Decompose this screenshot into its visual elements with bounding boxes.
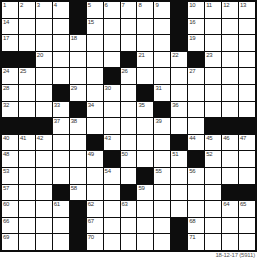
white-cell[interactable]: 49	[87, 151, 103, 167]
white-cell[interactable]: 28	[2, 85, 18, 101]
white-cell[interactable]	[121, 118, 137, 134]
white-cell[interactable]	[222, 102, 238, 118]
white-cell[interactable]: 46	[222, 135, 238, 151]
clue-number: 52	[206, 151, 212, 158]
white-cell[interactable]	[19, 102, 35, 118]
white-cell[interactable]	[53, 135, 69, 151]
white-cell[interactable]	[121, 35, 137, 51]
white-cell[interactable]	[188, 201, 204, 217]
clue-number: 39	[155, 118, 161, 125]
white-cell[interactable]: 63	[121, 201, 137, 217]
white-cell[interactable]: 29	[70, 85, 86, 101]
white-cell[interactable]	[154, 135, 170, 151]
clue-number: 45	[206, 135, 212, 142]
black-cell	[171, 218, 187, 234]
white-cell[interactable]	[19, 85, 35, 101]
white-cell[interactable]: 39	[154, 118, 170, 134]
white-cell[interactable]	[154, 218, 170, 234]
white-cell[interactable]	[154, 185, 170, 201]
black-cell	[188, 52, 204, 68]
clue-number: 62	[88, 201, 94, 208]
white-cell[interactable]: 51	[171, 151, 187, 167]
white-cell[interactable]	[222, 151, 238, 167]
clue-number: 35	[138, 102, 144, 109]
white-cell[interactable]: 45	[205, 135, 221, 151]
clue-number: 27	[189, 68, 195, 75]
clue-number: 55	[155, 168, 161, 175]
white-cell[interactable]	[222, 68, 238, 84]
black-cell	[70, 2, 86, 18]
clue-number: 21	[138, 52, 144, 59]
white-cell[interactable]	[121, 102, 137, 118]
black-cell	[70, 102, 86, 118]
clue-number: 51	[172, 151, 178, 158]
white-cell[interactable]: 52	[205, 151, 221, 167]
white-cell[interactable]: 18	[70, 35, 86, 51]
white-cell[interactable]	[154, 19, 170, 35]
white-cell[interactable]	[239, 168, 255, 184]
black-cell	[137, 85, 153, 101]
white-cell[interactable]	[239, 102, 255, 118]
black-cell	[171, 19, 187, 35]
clue-number: 67	[88, 218, 94, 225]
white-cell[interactable]: 20	[36, 52, 52, 68]
white-cell[interactable]	[87, 168, 103, 184]
clue-number: 20	[37, 52, 43, 59]
white-cell[interactable]	[137, 19, 153, 35]
white-cell[interactable]: 4	[53, 2, 69, 18]
clue-number: 24	[3, 68, 9, 75]
white-cell[interactable]: 12	[222, 2, 238, 18]
white-cell[interactable]: 7	[121, 2, 137, 18]
white-cell[interactable]: 43	[104, 135, 120, 151]
white-cell[interactable]	[87, 118, 103, 134]
clue-number: 28	[3, 85, 9, 92]
white-cell[interactable]	[104, 19, 120, 35]
white-cell[interactable]	[36, 102, 52, 118]
white-cell[interactable]	[87, 68, 103, 84]
clue-number: 17	[3, 35, 9, 42]
clue-number: 63	[122, 201, 128, 208]
white-cell[interactable]	[239, 151, 255, 167]
white-cell[interactable]	[53, 68, 69, 84]
white-cell[interactable]	[188, 102, 204, 118]
white-cell[interactable]: 17	[2, 35, 18, 51]
clue-number: 5	[88, 2, 91, 9]
white-cell[interactable]: 2	[19, 2, 35, 18]
white-cell[interactable]	[36, 85, 52, 101]
white-cell[interactable]: 31	[154, 85, 170, 101]
clue-number: 69	[3, 234, 9, 241]
clue-number: 18	[71, 35, 77, 42]
white-cell[interactable]	[87, 52, 103, 68]
white-cell[interactable]: 26	[121, 68, 137, 84]
white-cell[interactable]	[19, 234, 35, 250]
white-cell[interactable]: 54	[104, 168, 120, 184]
clue-number: 15	[88, 19, 94, 26]
clue-number: 16	[189, 19, 195, 26]
white-cell[interactable]: 3	[36, 2, 52, 18]
white-cell[interactable]	[53, 234, 69, 250]
white-cell[interactable]	[121, 218, 137, 234]
clue-number: 14	[3, 19, 9, 26]
clue-number: 58	[71, 185, 77, 192]
white-cell[interactable]	[222, 52, 238, 68]
white-cell[interactable]	[188, 118, 204, 134]
white-cell[interactable]	[205, 102, 221, 118]
white-cell[interactable]	[205, 68, 221, 84]
white-cell[interactable]	[121, 135, 137, 151]
white-cell[interactable]	[239, 19, 255, 35]
white-cell[interactable]: 1	[2, 2, 18, 18]
white-cell[interactable]: 37	[53, 118, 69, 134]
black-cell	[154, 102, 170, 118]
white-cell[interactable]: 36	[171, 102, 187, 118]
clue-number: 19	[189, 35, 195, 42]
white-cell[interactable]	[36, 218, 52, 234]
clue-number: 68	[189, 218, 195, 225]
white-cell[interactable]	[36, 68, 52, 84]
white-cell[interactable]: 53	[2, 168, 18, 184]
white-cell[interactable]	[19, 151, 35, 167]
white-cell[interactable]	[87, 35, 103, 51]
white-cell[interactable]	[239, 68, 255, 84]
clue-number: 38	[71, 118, 77, 125]
clue-number: 43	[105, 135, 111, 142]
white-cell[interactable]	[53, 52, 69, 68]
white-cell[interactable]: 22	[171, 52, 187, 68]
clue-number: 66	[3, 218, 9, 225]
white-cell[interactable]	[70, 135, 86, 151]
clue-number: 8	[138, 2, 141, 9]
clue-number: 47	[240, 135, 246, 142]
white-cell[interactable]: 47	[239, 135, 255, 151]
white-cell[interactable]	[171, 185, 187, 201]
white-cell[interactable]: 59	[137, 185, 153, 201]
white-cell[interactable]	[70, 168, 86, 184]
clue-number: 2	[20, 2, 23, 9]
black-cell	[19, 52, 35, 68]
white-cell[interactable]: 34	[87, 102, 103, 118]
black-cell	[222, 118, 238, 134]
white-cell[interactable]	[222, 19, 238, 35]
clue-number: 49	[88, 151, 94, 158]
black-cell	[188, 151, 204, 167]
white-cell[interactable]	[154, 68, 170, 84]
clue-number: 10	[189, 2, 195, 9]
white-cell[interactable]	[171, 118, 187, 134]
white-cell[interactable]: 10	[188, 2, 204, 18]
white-cell[interactable]	[205, 201, 221, 217]
black-cell	[121, 52, 137, 68]
white-cell[interactable]	[222, 234, 238, 250]
clue-number: 56	[189, 168, 195, 175]
white-cell[interactable]	[121, 234, 137, 250]
white-cell[interactable]	[19, 35, 35, 51]
white-cell[interactable]: 11	[205, 2, 221, 18]
white-cell[interactable]	[53, 35, 69, 51]
white-cell[interactable]	[70, 68, 86, 84]
black-cell	[121, 185, 137, 201]
white-cell[interactable]	[70, 52, 86, 68]
white-cell[interactable]	[104, 185, 120, 201]
white-cell[interactable]	[137, 118, 153, 134]
white-cell[interactable]	[188, 185, 204, 201]
white-cell[interactable]	[137, 135, 153, 151]
clue-number: 64	[223, 201, 229, 208]
white-cell[interactable]	[239, 85, 255, 101]
white-cell[interactable]	[36, 201, 52, 217]
white-cell[interactable]	[171, 85, 187, 101]
white-cell[interactable]: 5	[87, 2, 103, 18]
clue-number: 12	[223, 2, 229, 9]
crossword-grid: 1234567891011121314151617181920212223242…	[0, 0, 257, 252]
clue-number: 31	[155, 85, 161, 92]
black-cell	[171, 35, 187, 51]
white-cell[interactable]: 21	[137, 52, 153, 68]
white-cell[interactable]	[53, 168, 69, 184]
white-cell[interactable]	[19, 168, 35, 184]
white-cell[interactable]: 15	[87, 19, 103, 35]
clue-number: 41	[20, 135, 26, 142]
clue-number: 46	[223, 135, 229, 142]
black-cell	[104, 151, 120, 167]
clue-number: 50	[122, 151, 128, 158]
black-cell	[239, 118, 255, 134]
black-cell	[205, 118, 221, 134]
white-cell[interactable]: 13	[239, 2, 255, 18]
white-cell[interactable]: 61	[53, 201, 69, 217]
white-cell[interactable]	[222, 218, 238, 234]
white-cell[interactable]	[104, 52, 120, 68]
clue-number: 59	[138, 185, 144, 192]
white-cell[interactable]	[188, 85, 204, 101]
white-cell[interactable]: 27	[188, 68, 204, 84]
clue-number: 34	[88, 102, 94, 109]
clue-number: 25	[20, 68, 26, 75]
white-cell[interactable]	[53, 151, 69, 167]
white-cell[interactable]	[104, 218, 120, 234]
black-cell	[2, 52, 18, 68]
white-cell[interactable]: 71	[188, 234, 204, 250]
white-cell[interactable]	[104, 102, 120, 118]
white-cell[interactable]: 42	[36, 135, 52, 151]
white-cell[interactable]: 65	[239, 201, 255, 217]
clue-number: 4	[54, 2, 57, 9]
white-cell[interactable]	[36, 151, 52, 167]
white-cell[interactable]	[154, 234, 170, 250]
clue-number: 36	[172, 102, 178, 109]
black-cell	[70, 234, 86, 250]
white-cell[interactable]	[87, 85, 103, 101]
white-cell[interactable]	[53, 19, 69, 35]
white-cell[interactable]: 35	[137, 102, 153, 118]
white-cell[interactable]	[205, 35, 221, 51]
black-cell	[239, 185, 255, 201]
white-cell[interactable]: 62	[87, 201, 103, 217]
white-cell[interactable]	[137, 35, 153, 51]
clue-number: 22	[172, 52, 178, 59]
white-cell[interactable]: 60	[2, 201, 18, 217]
white-cell[interactable]: 69	[2, 234, 18, 250]
white-cell[interactable]	[53, 218, 69, 234]
clue-number: 33	[54, 102, 60, 109]
clue-number: 3	[37, 2, 40, 9]
clue-number: 70	[88, 234, 94, 241]
white-cell[interactable]: 50	[121, 151, 137, 167]
white-cell[interactable]: 32	[2, 102, 18, 118]
white-cell[interactable]: 40	[2, 135, 18, 151]
clue-number: 23	[206, 52, 212, 59]
clue-number: 9	[155, 2, 158, 9]
white-cell[interactable]	[19, 201, 35, 217]
white-cell[interactable]: 48	[2, 151, 18, 167]
white-cell[interactable]	[171, 68, 187, 84]
white-cell[interactable]: 25	[19, 68, 35, 84]
black-cell	[70, 19, 86, 35]
white-cell[interactable]	[137, 151, 153, 167]
white-cell[interactable]	[239, 218, 255, 234]
white-cell[interactable]: 24	[2, 68, 18, 84]
white-cell[interactable]	[154, 151, 170, 167]
clue-number: 7	[122, 2, 125, 9]
white-cell[interactable]	[154, 201, 170, 217]
white-cell[interactable]	[104, 201, 120, 217]
black-cell	[53, 85, 69, 101]
white-cell[interactable]	[239, 35, 255, 51]
clue-number: 61	[54, 201, 60, 208]
puzzle-id: 18-12-17 (5911)	[215, 252, 255, 259]
clue-number: 26	[122, 68, 128, 75]
clue-number: 71	[189, 234, 195, 241]
white-cell[interactable]: 38	[70, 118, 86, 134]
black-cell	[70, 218, 86, 234]
clue-number: 65	[240, 201, 246, 208]
white-cell[interactable]	[239, 234, 255, 250]
white-cell[interactable]	[19, 185, 35, 201]
white-cell[interactable]	[171, 168, 187, 184]
white-cell[interactable]	[121, 85, 137, 101]
clue-number: 30	[105, 85, 111, 92]
black-cell	[36, 118, 52, 134]
white-cell[interactable]	[121, 168, 137, 184]
white-cell[interactable]	[222, 35, 238, 51]
white-cell[interactable]	[36, 168, 52, 184]
black-cell	[171, 135, 187, 151]
white-cell[interactable]: 58	[70, 185, 86, 201]
white-cell[interactable]	[205, 168, 221, 184]
black-cell	[87, 135, 103, 151]
white-cell[interactable]: 67	[87, 218, 103, 234]
white-cell[interactable]	[87, 185, 103, 201]
white-cell[interactable]	[70, 151, 86, 167]
clue-number: 53	[3, 168, 9, 175]
white-cell[interactable]	[36, 234, 52, 250]
white-cell[interactable]: 9	[154, 2, 170, 18]
white-cell[interactable]: 64	[222, 201, 238, 217]
white-cell[interactable]	[154, 35, 170, 51]
clue-number: 48	[3, 151, 9, 158]
white-cell[interactable]: 70	[87, 234, 103, 250]
white-cell[interactable]	[239, 52, 255, 68]
clue-number: 42	[37, 135, 43, 142]
white-cell[interactable]: 14	[2, 19, 18, 35]
white-cell[interactable]: 19	[188, 35, 204, 51]
white-cell[interactable]	[19, 218, 35, 234]
white-cell[interactable]	[104, 35, 120, 51]
white-cell[interactable]	[205, 185, 221, 201]
black-cell	[171, 2, 187, 18]
white-cell[interactable]	[137, 201, 153, 217]
white-cell[interactable]: 57	[2, 185, 18, 201]
black-cell	[171, 234, 187, 250]
black-cell	[104, 68, 120, 84]
white-cell[interactable]: 6	[104, 2, 120, 18]
black-cell	[222, 185, 238, 201]
white-cell[interactable]	[222, 168, 238, 184]
black-cell	[137, 168, 153, 184]
white-cell[interactable]	[205, 19, 221, 35]
white-cell[interactable]	[154, 52, 170, 68]
crossword-page: 1234567891011121314151617181920212223242…	[0, 0, 257, 260]
white-cell[interactable]: 8	[137, 2, 153, 18]
white-cell[interactable]: 66	[2, 218, 18, 234]
clue-number: 13	[240, 2, 246, 9]
white-cell[interactable]	[137, 234, 153, 250]
clue-number: 29	[71, 85, 77, 92]
white-cell[interactable]	[19, 19, 35, 35]
white-cell[interactable]: 44	[188, 135, 204, 151]
white-cell[interactable]: 41	[19, 135, 35, 151]
white-cell[interactable]	[222, 85, 238, 101]
white-cell[interactable]: 16	[188, 19, 204, 35]
white-cell[interactable]: 23	[205, 52, 221, 68]
white-cell[interactable]	[121, 19, 137, 35]
white-cell[interactable]	[205, 85, 221, 101]
white-cell[interactable]	[36, 35, 52, 51]
white-cell[interactable]	[205, 218, 221, 234]
white-cell[interactable]: 33	[53, 102, 69, 118]
white-cell[interactable]: 55	[154, 168, 170, 184]
black-cell	[2, 118, 18, 134]
white-cell[interactable]	[205, 234, 221, 250]
clue-number: 37	[54, 118, 60, 125]
clue-number: 6	[105, 2, 108, 9]
white-cell[interactable]	[36, 19, 52, 35]
white-cell[interactable]	[137, 218, 153, 234]
white-cell[interactable]	[36, 185, 52, 201]
white-cell[interactable]	[104, 118, 120, 134]
clue-number: 40	[3, 135, 9, 142]
clue-number: 57	[3, 185, 9, 192]
black-cell	[53, 185, 69, 201]
clue-number: 60	[3, 201, 9, 208]
white-cell[interactable]: 56	[188, 168, 204, 184]
white-cell[interactable]: 68	[188, 218, 204, 234]
white-cell[interactable]	[104, 234, 120, 250]
black-cell	[19, 118, 35, 134]
clue-number: 54	[105, 168, 111, 175]
clue-number: 1	[3, 2, 6, 9]
clue-number: 11	[206, 2, 212, 9]
black-cell	[70, 201, 86, 217]
white-cell[interactable]	[171, 201, 187, 217]
white-cell[interactable]: 30	[104, 85, 120, 101]
clue-number: 32	[3, 102, 9, 109]
white-cell[interactable]	[137, 68, 153, 84]
clue-number: 44	[189, 135, 195, 142]
